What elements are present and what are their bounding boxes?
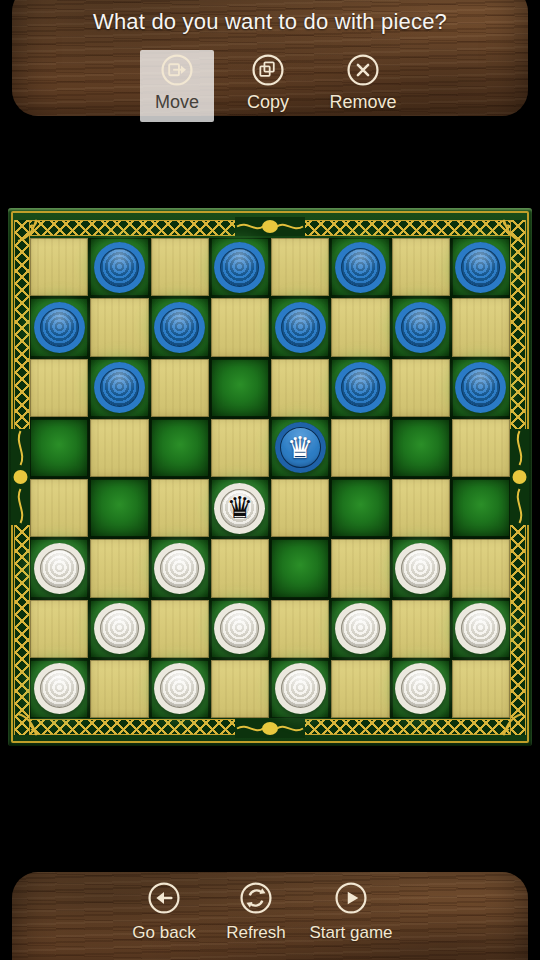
- white-man[interactable]: [395, 663, 446, 714]
- cell-c7[interactable]: [151, 298, 209, 356]
- cell-c1[interactable]: [151, 660, 209, 718]
- cell-c2: [151, 600, 209, 658]
- play-icon: [334, 881, 368, 915]
- blue-man[interactable]: [94, 362, 145, 413]
- cell-f5: [331, 419, 389, 477]
- cell-d8[interactable]: [211, 238, 269, 296]
- cell-d4[interactable]: ♛: [211, 479, 269, 537]
- move-out-icon: [160, 53, 194, 87]
- cell-a2: [30, 600, 88, 658]
- cell-e6: [271, 359, 329, 417]
- cell-b8[interactable]: [90, 238, 148, 296]
- cell-b3: [90, 539, 148, 597]
- white-man[interactable]: [275, 663, 326, 714]
- cell-h8[interactable]: [452, 238, 510, 296]
- remove-button[interactable]: Remove: [326, 50, 400, 122]
- left-edge-ornament-icon: [11, 429, 30, 525]
- crown-icon: ♛: [275, 422, 326, 473]
- cell-a5[interactable]: [30, 419, 88, 477]
- move-label: Move: [155, 92, 199, 113]
- cell-f7: [331, 298, 389, 356]
- screen: What do you want to do with piece? Move: [0, 0, 540, 960]
- back-icon: [147, 881, 181, 915]
- bottom-edge-ornament-icon: [235, 719, 305, 738]
- cell-c5[interactable]: [151, 419, 209, 477]
- refresh-button[interactable]: Refresh: [214, 881, 298, 960]
- cell-a8: [30, 238, 88, 296]
- go-back-button[interactable]: Go back: [122, 881, 206, 960]
- cell-h6[interactable]: [452, 359, 510, 417]
- white-man[interactable]: [154, 663, 205, 714]
- remove-label: Remove: [329, 92, 396, 113]
- blue-man[interactable]: [335, 362, 386, 413]
- blue-man[interactable]: [335, 242, 386, 293]
- blue-man[interactable]: [154, 302, 205, 353]
- cell-f6[interactable]: [331, 359, 389, 417]
- cell-b2[interactable]: [90, 600, 148, 658]
- cell-d7: [211, 298, 269, 356]
- cell-a3[interactable]: [30, 539, 88, 597]
- cell-c4: [151, 479, 209, 537]
- white-man[interactable]: [94, 603, 145, 654]
- blue-man[interactable]: [455, 362, 506, 413]
- white-man[interactable]: [214, 603, 265, 654]
- cell-g1[interactable]: [392, 660, 450, 718]
- cell-c3[interactable]: [151, 539, 209, 597]
- cell-g4: [392, 479, 450, 537]
- board-grid: ♛♛: [30, 238, 510, 718]
- white-man[interactable]: [34, 543, 85, 594]
- cell-d6[interactable]: [211, 359, 269, 417]
- cell-g3[interactable]: [392, 539, 450, 597]
- cell-e2: [271, 600, 329, 658]
- cell-g2: [392, 600, 450, 658]
- blue-man[interactable]: [34, 302, 85, 353]
- cell-h4[interactable]: [452, 479, 510, 537]
- white-king[interactable]: ♛: [214, 483, 265, 534]
- cell-a4: [30, 479, 88, 537]
- cell-d3: [211, 539, 269, 597]
- go-back-label: Go back: [132, 923, 195, 943]
- copy-icon: [251, 53, 285, 87]
- move-button[interactable]: Move: [140, 50, 214, 122]
- blue-man[interactable]: [275, 302, 326, 353]
- cell-e3[interactable]: [271, 539, 329, 597]
- cell-b7: [90, 298, 148, 356]
- blue-king[interactable]: ♛: [275, 422, 326, 473]
- cell-a6: [30, 359, 88, 417]
- cell-h7: [452, 298, 510, 356]
- right-edge-ornament-icon: [510, 429, 529, 525]
- white-man[interactable]: [455, 603, 506, 654]
- cell-b6[interactable]: [90, 359, 148, 417]
- white-man[interactable]: [154, 543, 205, 594]
- top-edge-ornament-icon: [235, 217, 305, 236]
- cell-f2[interactable]: [331, 600, 389, 658]
- blue-man[interactable]: [455, 242, 506, 293]
- cell-g8: [392, 238, 450, 296]
- blue-man[interactable]: [94, 242, 145, 293]
- refresh-label: Refresh: [226, 923, 286, 943]
- cell-h5: [452, 419, 510, 477]
- cell-d1: [211, 660, 269, 718]
- blue-man[interactable]: [395, 302, 446, 353]
- cell-f8[interactable]: [331, 238, 389, 296]
- cell-c8: [151, 238, 209, 296]
- refresh-icon: [239, 881, 273, 915]
- blue-man[interactable]: [214, 242, 265, 293]
- cell-b4[interactable]: [90, 479, 148, 537]
- cell-g5[interactable]: [392, 419, 450, 477]
- white-man[interactable]: [34, 663, 85, 714]
- action-dialog: What do you want to do with piece? Move: [12, 0, 528, 116]
- cell-d5: [211, 419, 269, 477]
- dialog-title: What do you want to do with piece?: [12, 0, 528, 35]
- cell-h2[interactable]: [452, 600, 510, 658]
- bottom-toolbar: Go back Refresh Start gam: [12, 872, 528, 960]
- white-man[interactable]: [395, 543, 446, 594]
- cell-f4[interactable]: [331, 479, 389, 537]
- cell-f3: [331, 539, 389, 597]
- checkers-board: ♛♛: [8, 208, 532, 746]
- cell-g6: [392, 359, 450, 417]
- cell-g7[interactable]: [392, 298, 450, 356]
- cell-b5: [90, 419, 148, 477]
- cell-e7[interactable]: [271, 298, 329, 356]
- cell-d2[interactable]: [211, 600, 269, 658]
- cell-b1: [90, 660, 148, 718]
- cell-c6: [151, 359, 209, 417]
- cell-f1: [331, 660, 389, 718]
- cell-e5[interactable]: ♛: [271, 419, 329, 477]
- start-game-button[interactable]: Start game: [309, 881, 393, 960]
- cell-e8: [271, 238, 329, 296]
- cell-h3: [452, 539, 510, 597]
- white-man[interactable]: [335, 603, 386, 654]
- start-game-label: Start game: [309, 923, 392, 943]
- copy-label: Copy: [247, 92, 289, 113]
- crown-icon: ♛: [214, 483, 265, 534]
- cell-e4: [271, 479, 329, 537]
- cell-h1: [452, 660, 510, 718]
- copy-button[interactable]: Copy: [231, 50, 305, 122]
- cell-e1[interactable]: [271, 660, 329, 718]
- cell-a1[interactable]: [30, 660, 88, 718]
- remove-icon: [346, 53, 380, 87]
- cell-a7[interactable]: [30, 298, 88, 356]
